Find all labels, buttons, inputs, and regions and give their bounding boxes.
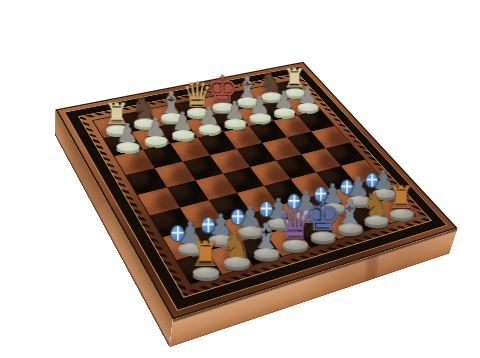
piece-base: [192, 266, 219, 276]
piece-base: [116, 142, 139, 151]
pieces-layer: ♜♟♞♟♝♟♚♟♛♟♝♟♟♞♜♟♟♜♞♟♟♝♟♚♟♛♟♝♟♞♟♜: [93, 80, 415, 284]
figurine: ♜: [179, 238, 232, 277]
figurine: ♟: [104, 121, 150, 151]
chess-board: ♜♟♞♟♝♟♚♟♛♟♝♟♟♞♜♟♟♜♞♟♟♝♟♚♟♛♟♝♟♞♟♜: [55, 62, 457, 320]
chess-set-photo: ♜♟♞♟♝♟♚♟♛♟♝♟♟♞♜♟♟♜♞♟♟♝♟♚♟♛♟♝♟♞♟♜: [0, 0, 480, 358]
piece-glyph: ♜: [190, 238, 221, 271]
board-top-surface: ♜♟♞♟♝♟♚♟♛♟♝♟♟♞♜♟♟♜♞♟♟♝♟♚♟♛♟♝♟♞♟♜: [55, 62, 457, 320]
